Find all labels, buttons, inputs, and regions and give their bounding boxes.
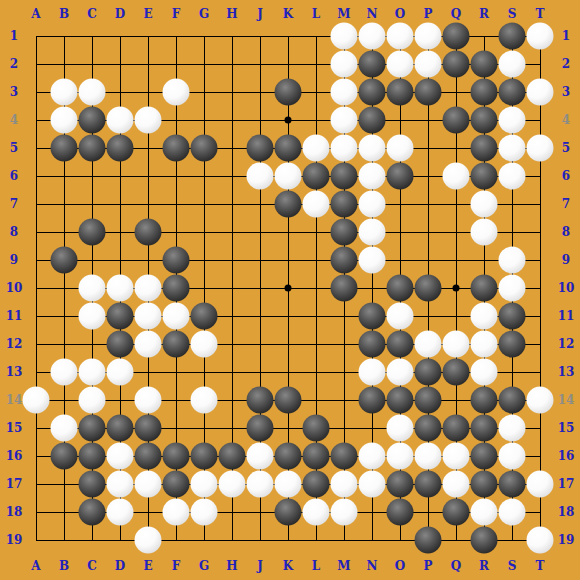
stone-white-N13 [359, 359, 386, 386]
star-point-Q10 [453, 285, 460, 292]
stone-white-N8 [359, 219, 386, 246]
stone-black-G11 [191, 303, 218, 330]
column-label-top-L: L [312, 8, 320, 20]
stone-black-R17 [471, 471, 498, 498]
stone-black-J5 [247, 135, 274, 162]
stone-black-H16 [219, 443, 246, 470]
row-label-left-13: 13 [6, 366, 23, 378]
stone-black-M10 [331, 275, 358, 302]
stone-black-N11 [359, 303, 386, 330]
column-label-top-H: H [226, 8, 237, 20]
stone-black-D15 [107, 415, 134, 442]
column-label-top-S: S [508, 8, 517, 20]
stone-white-N9 [359, 247, 386, 274]
stone-white-C3 [79, 79, 106, 106]
stone-black-Q13 [443, 359, 470, 386]
column-label-bottom-H: H [226, 560, 237, 572]
row-label-left-15: 15 [6, 422, 23, 434]
stone-white-G18 [191, 499, 218, 526]
stone-white-E17 [135, 471, 162, 498]
stone-black-B5 [51, 135, 78, 162]
row-label-right-1: 1 [562, 30, 570, 42]
stone-white-T14 [527, 387, 554, 414]
column-label-bottom-K: K [283, 560, 293, 572]
row-label-left-4: 4 [10, 114, 18, 126]
column-label-top-N: N [367, 8, 378, 20]
stone-white-D16 [107, 443, 134, 470]
stone-white-T19 [527, 527, 554, 554]
stone-white-D13 [107, 359, 134, 386]
column-label-bottom-B: B [59, 560, 69, 572]
stone-black-Q15 [443, 415, 470, 442]
stone-white-N16 [359, 443, 386, 470]
stone-black-L6 [303, 163, 330, 190]
stone-white-O13 [387, 359, 414, 386]
column-label-top-P: P [423, 8, 432, 20]
stone-white-E19 [135, 527, 162, 554]
stone-white-B13 [51, 359, 78, 386]
stone-black-N4 [359, 107, 386, 134]
row-label-right-12: 12 [558, 338, 575, 350]
stone-black-C5 [79, 135, 106, 162]
stone-black-F5 [163, 135, 190, 162]
stone-white-M17 [331, 471, 358, 498]
row-label-left-11: 11 [6, 310, 23, 322]
stone-white-S6 [499, 163, 526, 190]
stone-black-D11 [107, 303, 134, 330]
row-label-left-9: 9 [10, 254, 18, 266]
column-label-bottom-E: E [143, 560, 152, 572]
stone-black-S11 [499, 303, 526, 330]
stone-white-P12 [415, 331, 442, 358]
stone-black-K14 [275, 387, 302, 414]
column-label-top-C: C [87, 8, 97, 20]
row-label-left-18: 18 [6, 506, 23, 518]
stone-white-G17 [191, 471, 218, 498]
stone-black-J14 [247, 387, 274, 414]
stone-black-M9 [331, 247, 358, 274]
stone-white-S18 [499, 499, 526, 526]
row-label-right-19: 19 [558, 534, 575, 546]
stone-black-L15 [303, 415, 330, 442]
stone-black-G16 [191, 443, 218, 470]
stone-black-R10 [471, 275, 498, 302]
row-label-right-13: 13 [558, 366, 575, 378]
stone-white-E11 [135, 303, 162, 330]
stone-white-O1 [387, 23, 414, 50]
stone-white-S2 [499, 51, 526, 78]
stone-white-L5 [303, 135, 330, 162]
stone-white-B4 [51, 107, 78, 134]
stone-white-F3 [163, 79, 190, 106]
stone-black-P10 [415, 275, 442, 302]
stone-black-Q2 [443, 51, 470, 78]
stone-black-P14 [415, 387, 442, 414]
column-label-top-J: J [257, 8, 263, 20]
stone-white-E14 [135, 387, 162, 414]
column-label-top-O: O [395, 8, 405, 20]
stone-white-M18 [331, 499, 358, 526]
stone-black-M6 [331, 163, 358, 190]
stone-black-F10 [163, 275, 190, 302]
stone-black-O6 [387, 163, 414, 190]
stone-black-N12 [359, 331, 386, 358]
row-label-right-4: 4 [562, 114, 570, 126]
column-label-bottom-P: P [423, 560, 432, 572]
stone-black-O17 [387, 471, 414, 498]
stone-white-S15 [499, 415, 526, 442]
column-label-bottom-N: N [367, 560, 378, 572]
column-label-top-Q: Q [451, 8, 461, 20]
stone-white-T3 [527, 79, 554, 106]
stone-black-S17 [499, 471, 526, 498]
stone-black-N2 [359, 51, 386, 78]
stone-white-Q12 [443, 331, 470, 358]
row-label-left-3: 3 [10, 86, 18, 98]
stone-white-O15 [387, 415, 414, 442]
stone-white-D10 [107, 275, 134, 302]
stone-black-C16 [79, 443, 106, 470]
stone-white-M2 [331, 51, 358, 78]
stone-white-C11 [79, 303, 106, 330]
stone-black-S3 [499, 79, 526, 106]
stone-black-E16 [135, 443, 162, 470]
stone-black-L17 [303, 471, 330, 498]
stone-white-N6 [359, 163, 386, 190]
stone-white-R7 [471, 191, 498, 218]
grid-line-horizontal-19 [36, 540, 541, 541]
row-label-right-14: 14 [558, 394, 575, 406]
stone-white-R8 [471, 219, 498, 246]
stone-white-R12 [471, 331, 498, 358]
stone-white-M4 [331, 107, 358, 134]
stone-white-S16 [499, 443, 526, 470]
stone-white-T5 [527, 135, 554, 162]
column-label-bottom-L: L [312, 560, 320, 572]
stone-white-N17 [359, 471, 386, 498]
stone-white-P16 [415, 443, 442, 470]
stone-black-C8 [79, 219, 106, 246]
stone-white-B3 [51, 79, 78, 106]
stone-black-P13 [415, 359, 442, 386]
stone-white-K17 [275, 471, 302, 498]
stone-black-K16 [275, 443, 302, 470]
stone-black-M8 [331, 219, 358, 246]
stone-white-O5 [387, 135, 414, 162]
column-label-bottom-D: D [115, 560, 125, 572]
stone-black-P15 [415, 415, 442, 442]
stone-white-E12 [135, 331, 162, 358]
row-label-right-5: 5 [562, 142, 570, 154]
stone-black-M16 [331, 443, 358, 470]
stone-white-G14 [191, 387, 218, 414]
stone-white-J16 [247, 443, 274, 470]
stone-black-R3 [471, 79, 498, 106]
column-label-top-M: M [337, 8, 350, 20]
stone-white-P1 [415, 23, 442, 50]
column-label-top-K: K [283, 8, 293, 20]
stone-white-F18 [163, 499, 190, 526]
stone-white-S10 [499, 275, 526, 302]
stone-black-R4 [471, 107, 498, 134]
column-label-top-G: G [199, 8, 209, 20]
column-label-top-E: E [143, 8, 152, 20]
stone-white-Q17 [443, 471, 470, 498]
stone-white-N1 [359, 23, 386, 50]
stone-white-N7 [359, 191, 386, 218]
stone-black-R16 [471, 443, 498, 470]
stone-white-M5 [331, 135, 358, 162]
stone-black-C4 [79, 107, 106, 134]
stone-black-R19 [471, 527, 498, 554]
stone-white-C10 [79, 275, 106, 302]
column-label-bottom-F: F [172, 560, 181, 572]
stone-black-S14 [499, 387, 526, 414]
column-label-bottom-C: C [87, 560, 97, 572]
stone-white-D4 [107, 107, 134, 134]
stone-white-D17 [107, 471, 134, 498]
row-label-right-17: 17 [558, 478, 575, 490]
stone-black-M7 [331, 191, 358, 218]
stone-black-D5 [107, 135, 134, 162]
stone-black-Q4 [443, 107, 470, 134]
column-label-bottom-A: A [31, 560, 40, 572]
stone-black-L16 [303, 443, 330, 470]
stone-white-R13 [471, 359, 498, 386]
stone-white-C13 [79, 359, 106, 386]
row-label-right-9: 9 [562, 254, 570, 266]
stone-black-R15 [471, 415, 498, 442]
stone-white-F11 [163, 303, 190, 330]
row-label-right-11: 11 [558, 310, 575, 322]
row-label-left-8: 8 [10, 226, 18, 238]
stone-white-S9 [499, 247, 526, 274]
stone-white-Q16 [443, 443, 470, 470]
stone-white-Q6 [443, 163, 470, 190]
stone-black-F16 [163, 443, 190, 470]
stone-white-S4 [499, 107, 526, 134]
stone-black-Q1 [443, 23, 470, 50]
column-label-bottom-G: G [199, 560, 209, 572]
stone-black-Q18 [443, 499, 470, 526]
stone-black-E8 [135, 219, 162, 246]
stone-black-N14 [359, 387, 386, 414]
stone-white-R11 [471, 303, 498, 330]
row-label-right-15: 15 [558, 422, 575, 434]
stone-white-E10 [135, 275, 162, 302]
stone-black-O12 [387, 331, 414, 358]
stone-black-O10 [387, 275, 414, 302]
stone-black-K3 [275, 79, 302, 106]
stone-black-O3 [387, 79, 414, 106]
row-label-right-7: 7 [562, 198, 570, 210]
stone-black-R6 [471, 163, 498, 190]
stone-white-O16 [387, 443, 414, 470]
star-point-K10 [285, 285, 292, 292]
stone-black-B9 [51, 247, 78, 274]
stone-white-J17 [247, 471, 274, 498]
row-label-left-16: 16 [6, 450, 23, 462]
stone-black-O18 [387, 499, 414, 526]
stone-white-C14 [79, 387, 106, 414]
stone-white-R18 [471, 499, 498, 526]
column-label-bottom-R: R [479, 560, 489, 572]
stone-black-O14 [387, 387, 414, 414]
column-label-bottom-Q: Q [451, 560, 461, 572]
column-label-top-R: R [479, 8, 489, 20]
row-label-right-6: 6 [562, 170, 570, 182]
stone-white-H17 [219, 471, 246, 498]
row-label-left-10: 10 [6, 282, 23, 294]
stone-black-F9 [163, 247, 190, 274]
column-label-top-B: B [59, 8, 69, 20]
grid-line-vertical-T [540, 36, 541, 541]
stone-black-P3 [415, 79, 442, 106]
stone-black-P19 [415, 527, 442, 554]
stone-black-C15 [79, 415, 106, 442]
stone-white-T1 [527, 23, 554, 50]
row-label-left-14: 14 [6, 394, 23, 406]
row-label-left-19: 19 [6, 534, 23, 546]
stone-white-J6 [247, 163, 274, 190]
stone-white-P2 [415, 51, 442, 78]
stone-black-K7 [275, 191, 302, 218]
stone-black-C18 [79, 499, 106, 526]
column-label-top-D: D [115, 8, 125, 20]
stone-black-F17 [163, 471, 190, 498]
stone-white-S5 [499, 135, 526, 162]
column-label-bottom-O: O [395, 560, 405, 572]
row-label-right-16: 16 [558, 450, 575, 462]
stone-white-G12 [191, 331, 218, 358]
row-label-left-7: 7 [10, 198, 18, 210]
row-label-left-17: 17 [6, 478, 23, 490]
column-label-bottom-J: J [257, 560, 263, 572]
column-label-top-T: T [536, 8, 545, 20]
row-label-right-18: 18 [558, 506, 575, 518]
stone-white-O2 [387, 51, 414, 78]
row-label-right-3: 3 [562, 86, 570, 98]
row-label-left-12: 12 [6, 338, 23, 350]
stone-black-E15 [135, 415, 162, 442]
stone-black-S1 [499, 23, 526, 50]
stone-black-F12 [163, 331, 190, 358]
stone-black-N3 [359, 79, 386, 106]
stone-white-M3 [331, 79, 358, 106]
stone-black-R14 [471, 387, 498, 414]
column-label-bottom-M: M [337, 560, 350, 572]
stone-black-S12 [499, 331, 526, 358]
row-label-left-6: 6 [10, 170, 18, 182]
stone-black-K5 [275, 135, 302, 162]
stone-white-A14 [23, 387, 50, 414]
stone-black-D12 [107, 331, 134, 358]
stone-white-T17 [527, 471, 554, 498]
stone-black-P17 [415, 471, 442, 498]
star-point-K4 [285, 117, 292, 124]
stone-white-K6 [275, 163, 302, 190]
stone-white-N5 [359, 135, 386, 162]
column-label-bottom-S: S [508, 560, 517, 572]
row-label-left-1: 1 [10, 30, 18, 42]
stone-black-G5 [191, 135, 218, 162]
stone-white-B15 [51, 415, 78, 442]
stone-white-D18 [107, 499, 134, 526]
stone-white-O11 [387, 303, 414, 330]
row-label-right-8: 8 [562, 226, 570, 238]
stone-white-M1 [331, 23, 358, 50]
stone-white-L7 [303, 191, 330, 218]
stone-black-R5 [471, 135, 498, 162]
go-board-screen: ABCDEFGHJKLMNOPQRST ABCDEFGHJKLMNOPQRST … [0, 0, 580, 580]
stone-black-B16 [51, 443, 78, 470]
stone-black-C17 [79, 471, 106, 498]
stone-black-K18 [275, 499, 302, 526]
column-label-bottom-T: T [536, 560, 545, 572]
column-label-top-F: F [172, 8, 181, 20]
stone-black-R2 [471, 51, 498, 78]
column-label-top-A: A [31, 8, 40, 20]
row-label-left-5: 5 [10, 142, 18, 154]
row-label-right-10: 10 [558, 282, 575, 294]
stone-black-J15 [247, 415, 274, 442]
stone-white-E4 [135, 107, 162, 134]
stone-white-L18 [303, 499, 330, 526]
row-label-right-2: 2 [562, 58, 570, 70]
row-label-left-2: 2 [10, 58, 18, 70]
